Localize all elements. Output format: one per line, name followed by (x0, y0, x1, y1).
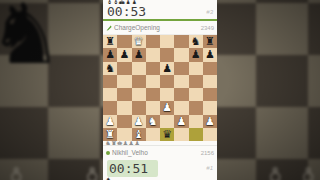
square-d3[interactable] (146, 101, 160, 114)
square-h4[interactable] (203, 88, 217, 101)
bottom-clock: 00:51 (107, 160, 158, 177)
square-f1[interactable] (174, 128, 188, 141)
chess-board: ♜♛♞♜♟♟♟♟♟♞♟♟♟♟♞♟♟♜♝♛ (103, 35, 217, 141)
square-g8[interactable]: ♞ (189, 35, 203, 48)
square-e5[interactable] (160, 75, 174, 88)
online-indicator-icon (106, 151, 110, 155)
square-e4[interactable] (160, 88, 174, 101)
square-a5[interactable] (103, 75, 117, 88)
square-e6[interactable]: ♟ (160, 62, 174, 75)
piece-c8[interactable]: ♛ (134, 36, 144, 47)
piece-c2[interactable]: ♟ (134, 116, 144, 127)
square-d2[interactable]: ♞ (146, 115, 160, 128)
square-h3[interactable] (203, 101, 217, 114)
square-g6[interactable] (189, 62, 203, 75)
square-c1[interactable]: ♝ (132, 128, 146, 141)
square-h1[interactable] (203, 128, 217, 141)
piece-a2[interactable]: ♟ (105, 116, 115, 127)
square-f2[interactable]: ♟ (174, 115, 188, 128)
chess-app-frame: ♝♝♚♟♟ 00:53 #3 ChargeOpening 2349 ♜♛♞♜♟♟… (103, 0, 217, 180)
piece-h2[interactable]: ♟ (205, 116, 215, 127)
square-g1[interactable] (189, 128, 203, 141)
square-f3[interactable] (174, 101, 188, 114)
square-b8[interactable] (117, 35, 131, 48)
square-b3[interactable] (117, 101, 131, 114)
square-e1[interactable]: ♛ (160, 128, 174, 141)
patron-wing-icon (106, 25, 112, 31)
square-d1[interactable] (146, 128, 160, 141)
top-clock: 00:53 (107, 4, 146, 19)
square-c6[interactable] (132, 62, 146, 75)
square-d8[interactable] (146, 35, 160, 48)
next-frame-sliver: ♞ (103, 177, 217, 180)
square-f6[interactable] (174, 62, 188, 75)
square-b5[interactable] (117, 75, 131, 88)
square-h7[interactable]: ♟ (203, 48, 217, 61)
square-a7[interactable]: ♟ (103, 48, 117, 61)
square-e3[interactable]: ♟ (160, 101, 174, 114)
square-f5[interactable] (174, 75, 188, 88)
top-player-rank: #3 (206, 9, 213, 15)
square-d7[interactable] (146, 48, 160, 61)
square-a8[interactable]: ♜ (103, 35, 117, 48)
square-c7[interactable]: ♟ (132, 48, 146, 61)
square-b2[interactable] (117, 115, 131, 128)
piece-c7[interactable]: ♟ (134, 49, 144, 60)
piece-h8[interactable]: ♜ (205, 36, 215, 47)
piece-a6[interactable]: ♞ (105, 63, 115, 74)
square-f7[interactable] (174, 48, 188, 61)
piece-g8[interactable]: ♞ (191, 36, 201, 47)
square-d4[interactable] (146, 88, 160, 101)
square-g7[interactable]: ♟ (189, 48, 203, 61)
square-g3[interactable] (189, 101, 203, 114)
top-player-name: ChargeOpening (114, 24, 160, 31)
square-c3[interactable] (132, 101, 146, 114)
top-player-bar[interactable]: ChargeOpening 2349 (103, 21, 217, 35)
piece-d2[interactable]: ♞ (148, 116, 158, 127)
piece-g7[interactable]: ♟ (191, 49, 201, 60)
square-a6[interactable]: ♞ (103, 62, 117, 75)
piece-f2[interactable]: ♟ (176, 116, 186, 127)
piece-h7[interactable]: ♟ (205, 49, 215, 60)
bottom-player-rating: 2156 (201, 150, 214, 156)
square-h8[interactable]: ♜ (203, 35, 217, 48)
piece-a8[interactable]: ♜ (105, 36, 115, 47)
square-b4[interactable] (117, 88, 131, 101)
square-h5[interactable] (203, 75, 217, 88)
square-a1[interactable]: ♜ (103, 128, 117, 141)
video-frame: ♞ ♙ ♙ ♙ ♙ ♝♝♚♟♟ 00:53 #3 ChargeOpening 2… (0, 0, 320, 180)
square-g5[interactable] (189, 75, 203, 88)
square-f4[interactable] (174, 88, 188, 101)
bottom-clock-bar: 00:51 #1 (103, 159, 217, 177)
piece-e6[interactable]: ♟ (162, 63, 172, 74)
square-c8[interactable]: ♛ (132, 35, 146, 48)
piece-e1[interactable]: ♛ (162, 129, 172, 140)
top-player-rating: 2349 (201, 25, 214, 31)
square-d5[interactable] (146, 75, 160, 88)
piece-c1[interactable]: ♝ (134, 129, 144, 140)
square-f8[interactable] (174, 35, 188, 48)
piece-e3[interactable]: ♟ (162, 102, 172, 113)
square-c5[interactable] (132, 75, 146, 88)
piece-a1[interactable]: ♜ (105, 129, 115, 140)
square-b1[interactable] (117, 128, 131, 141)
piece-a7[interactable]: ♟ (105, 49, 115, 60)
square-e8[interactable] (160, 35, 174, 48)
square-e2[interactable] (160, 115, 174, 128)
square-g2[interactable] (189, 115, 203, 128)
square-b6[interactable] (117, 62, 131, 75)
square-a4[interactable] (103, 88, 117, 101)
bottom-player-name: Nikhil_Velho (112, 149, 148, 156)
square-a3[interactable] (103, 101, 117, 114)
square-c4[interactable] (132, 88, 146, 101)
square-e7[interactable] (160, 48, 174, 61)
square-a2[interactable]: ♟ (103, 115, 117, 128)
bottom-player-rank: #1 (206, 165, 213, 171)
square-b7[interactable]: ♟ (117, 48, 131, 61)
square-d6[interactable] (146, 62, 160, 75)
top-clock-bar: 00:53 #3 (103, 4, 217, 19)
square-g4[interactable] (189, 88, 203, 101)
square-c2[interactable]: ♟ (132, 115, 146, 128)
piece-b7[interactable]: ♟ (119, 49, 129, 60)
bottom-player-bar[interactable]: Nikhil_Velho 2156 (103, 145, 217, 159)
square-h2[interactable]: ♟ (203, 115, 217, 128)
square-h6[interactable] (203, 62, 217, 75)
